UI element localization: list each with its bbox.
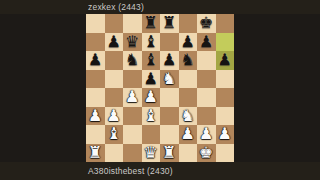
square-e3[interactable] [160,107,179,126]
square-g4[interactable] [197,88,216,107]
black-knight: ♞ [125,52,139,68]
square-e8[interactable]: ♜ [160,14,179,33]
letterbox-right [234,0,320,180]
black-pawn: ♟ [181,33,195,49]
square-f5[interactable] [179,70,198,89]
square-e6[interactable]: ♟ [160,51,179,70]
square-e5[interactable]: ♞ [160,70,179,89]
square-b3[interactable]: ♟ [105,107,124,126]
square-d3[interactable]: ♝ [142,107,161,126]
square-d8[interactable]: ♜ [142,14,161,33]
square-f4[interactable] [179,88,198,107]
square-f3[interactable]: ♞ [179,107,198,126]
square-d2[interactable] [142,125,161,144]
black-queen: ♛ [125,33,139,49]
white-rook: ♜ [88,144,102,160]
square-b7[interactable]: ♟ [105,33,124,52]
square-a1[interactable]: ♜ [86,144,105,163]
square-a4[interactable] [86,88,105,107]
square-d6[interactable]: ♝ [142,51,161,70]
black-king: ♚ [199,15,213,31]
square-h4[interactable] [216,88,235,107]
video-frame: zexkex (2443) ♜♜♚♟♛♝♟♟♟♞♝♟♞♟♟♞♟♟♟♟♝♞♝♟♟♟… [0,0,320,180]
white-pawn: ♟ [199,126,213,142]
square-d1[interactable]: ♛ [142,144,161,163]
square-h6[interactable]: ♟ [216,51,235,70]
square-c5[interactable] [123,70,142,89]
square-b1[interactable] [105,144,124,163]
black-pawn: ♟ [144,70,158,86]
black-rook: ♜ [144,15,158,31]
player-name-bottom: A380isthebest (2430) [88,166,173,176]
square-a7[interactable] [86,33,105,52]
square-c8[interactable] [123,14,142,33]
square-b6[interactable] [105,51,124,70]
square-f6[interactable]: ♞ [179,51,198,70]
white-king: ♚ [199,144,213,160]
white-pawn: ♟ [88,107,102,123]
black-knight: ♞ [181,52,195,68]
square-e2[interactable] [160,125,179,144]
square-e4[interactable] [160,88,179,107]
black-pawn: ♟ [107,33,121,49]
square-c4[interactable]: ♟ [123,88,142,107]
square-d4[interactable]: ♟ [142,88,161,107]
white-pawn: ♟ [181,126,195,142]
square-b5[interactable] [105,70,124,89]
square-g6[interactable] [197,51,216,70]
white-knight: ♞ [162,70,176,86]
square-h8[interactable] [216,14,235,33]
square-f1[interactable] [179,144,198,163]
white-bishop: ♝ [144,107,158,123]
black-bishop: ♝ [144,33,158,49]
square-f7[interactable]: ♟ [179,33,198,52]
square-c6[interactable]: ♞ [123,51,142,70]
square-c3[interactable] [123,107,142,126]
black-pawn: ♟ [162,52,176,68]
square-h1[interactable] [216,144,235,163]
square-h2[interactable]: ♟ [216,125,235,144]
square-g5[interactable] [197,70,216,89]
square-e1[interactable]: ♜ [160,144,179,163]
square-b2[interactable]: ♝ [105,125,124,144]
white-pawn: ♟ [218,126,232,142]
square-h7[interactable] [216,33,235,52]
square-c2[interactable] [123,125,142,144]
square-h3[interactable] [216,107,235,126]
square-g7[interactable]: ♟ [197,33,216,52]
square-g8[interactable]: ♚ [197,14,216,33]
square-f2[interactable]: ♟ [179,125,198,144]
square-f8[interactable] [179,14,198,33]
black-pawn: ♟ [199,33,213,49]
square-a8[interactable] [86,14,105,33]
white-pawn: ♟ [107,107,121,123]
square-h5[interactable] [216,70,235,89]
white-bishop: ♝ [107,126,121,142]
white-rook: ♜ [162,144,176,160]
square-e7[interactable] [160,33,179,52]
black-bishop: ♝ [144,52,158,68]
square-a3[interactable]: ♟ [86,107,105,126]
top-player-bar [0,0,320,14]
square-d7[interactable]: ♝ [142,33,161,52]
white-pawn: ♟ [125,89,139,105]
white-queen: ♛ [144,144,158,160]
white-pawn: ♟ [144,89,158,105]
black-pawn: ♟ [88,52,102,68]
square-b8[interactable] [105,14,124,33]
square-a6[interactable]: ♟ [86,51,105,70]
square-d5[interactable]: ♟ [142,70,161,89]
square-b4[interactable] [105,88,124,107]
square-c1[interactable] [123,144,142,163]
player-name-top: zexkex (2443) [88,2,144,12]
square-a5[interactable] [86,70,105,89]
black-pawn: ♟ [218,52,232,68]
square-g1[interactable]: ♚ [197,144,216,163]
square-a2[interactable] [86,125,105,144]
chess-board: ♜♜♚♟♛♝♟♟♟♞♝♟♞♟♟♞♟♟♟♟♝♞♝♟♟♟♜♛♜♚ [86,14,234,162]
letterbox-left [0,0,86,180]
square-g2[interactable]: ♟ [197,125,216,144]
white-knight: ♞ [181,107,195,123]
black-rook: ♜ [162,15,176,31]
square-g3[interactable] [197,107,216,126]
square-c7[interactable]: ♛ [123,33,142,52]
